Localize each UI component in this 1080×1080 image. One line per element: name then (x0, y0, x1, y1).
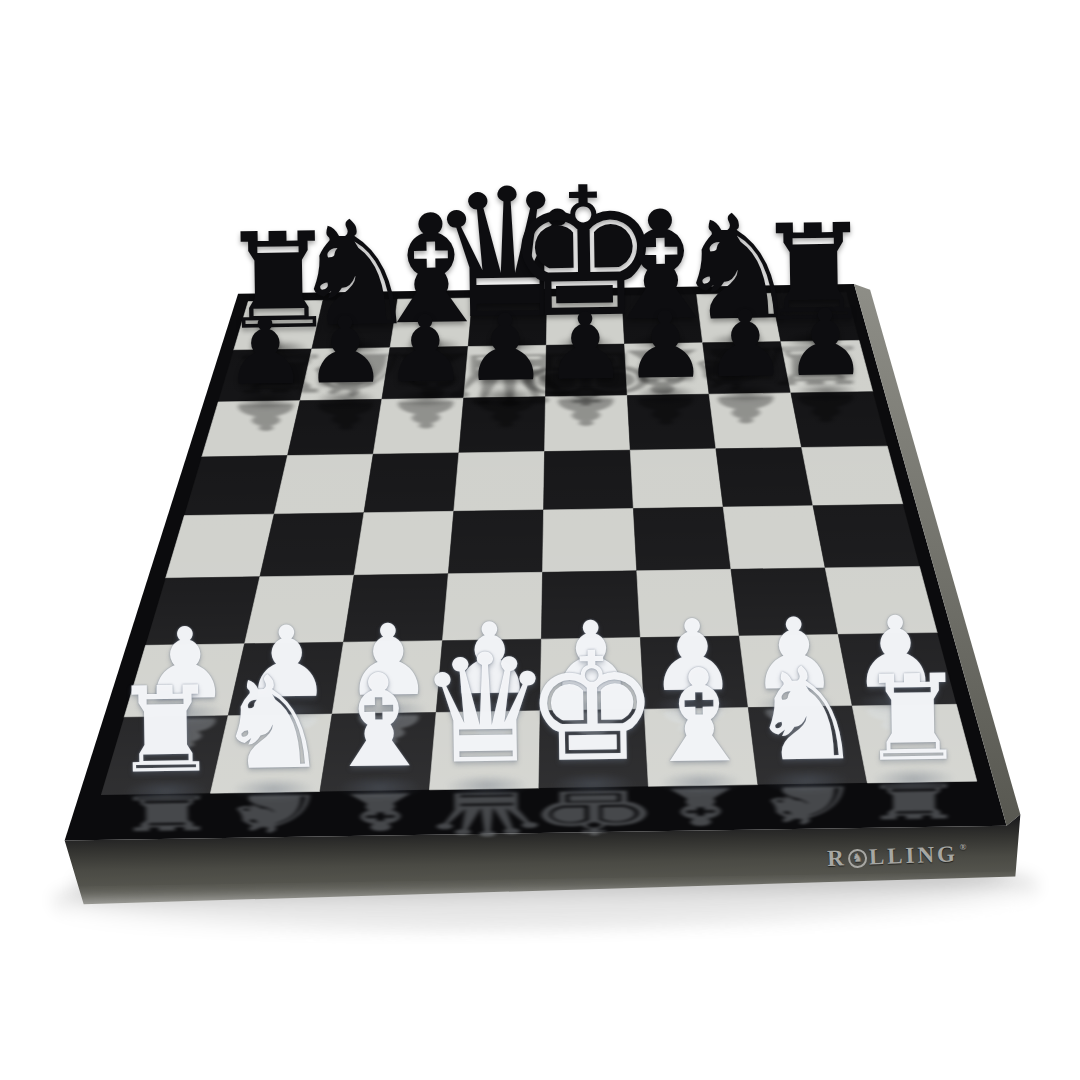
pieces-layer: ♜♜♞♞♝♝♛♛♚♚♝♝♞♞♜♜♟♟♟♟♟♟♟♟♟♟♟♟♟♟♟♟♟♟♟♟♟♟♟♟… (0, 0, 1080, 1080)
chess-set-photo: ♜♜♞♞♝♝♛♛♚♚♝♝♞♞♜♜♟♟♟♟♟♟♟♟♟♟♟♟♟♟♟♟♟♟♟♟♟♟♟♟… (0, 0, 1080, 1080)
logo-knight-wheel-icon: ♞ (848, 848, 868, 868)
knight-icon: ♞ (852, 851, 863, 863)
logo-text-suffix: LLING (868, 841, 958, 870)
piece-black-pawn-h7[interactable]: ♟ (735, 296, 916, 391)
registered-trademark: ® (960, 842, 967, 852)
brand-logo: R♞LLING® (804, 836, 989, 877)
logo-text-prefix: R (827, 845, 848, 872)
piece-white-rook-h1[interactable]: ♜ (822, 658, 1004, 779)
